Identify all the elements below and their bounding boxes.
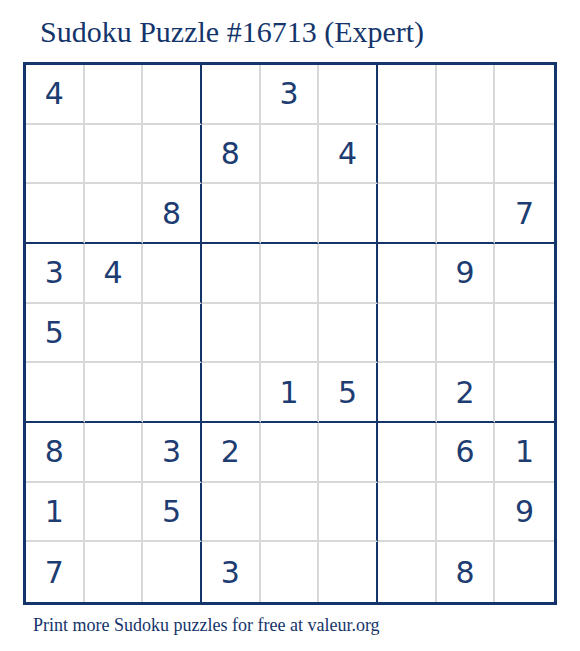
cell-r9c1: 7 (26, 542, 85, 602)
cell-r3c7 (378, 184, 437, 244)
cell-r3c4 (202, 184, 261, 244)
cell-r2c9 (495, 125, 554, 185)
cell-r2c3 (143, 125, 202, 185)
footer-note: Print more Sudoku puzzles for free at va… (33, 615, 380, 636)
cell-r2c5 (261, 125, 320, 185)
cell-r5c4 (202, 304, 261, 364)
cell-r9c7 (378, 542, 437, 602)
cell-r6c3 (143, 363, 202, 423)
cell-r1c9 (495, 65, 554, 125)
cell-r1c6 (319, 65, 378, 125)
cell-r8c7 (378, 483, 437, 543)
cell-r3c9: 7 (495, 184, 554, 244)
cell-r5c2 (85, 304, 144, 364)
cell-r2c1 (26, 125, 85, 185)
cell-r2c2 (85, 125, 144, 185)
cell-r4c1: 3 (26, 244, 85, 304)
cell-r3c8 (437, 184, 496, 244)
sudoku-board: 438487349515283261159738 (23, 62, 557, 605)
cell-r4c4 (202, 244, 261, 304)
cell-r7c7 (378, 423, 437, 483)
cell-r9c2 (85, 542, 144, 602)
cell-r6c9 (495, 363, 554, 423)
cell-r4c3 (143, 244, 202, 304)
cell-r3c6 (319, 184, 378, 244)
cell-r2c7 (378, 125, 437, 185)
cell-r3c1 (26, 184, 85, 244)
cell-r8c5 (261, 483, 320, 543)
cell-r4c8: 9 (437, 244, 496, 304)
cell-r7c6 (319, 423, 378, 483)
cell-r8c8 (437, 483, 496, 543)
cell-r9c5 (261, 542, 320, 602)
cell-r1c3 (143, 65, 202, 125)
cell-r6c7 (378, 363, 437, 423)
cell-r9c8: 8 (437, 542, 496, 602)
cell-r6c1 (26, 363, 85, 423)
cell-r6c5: 1 (261, 363, 320, 423)
cell-r1c2 (85, 65, 144, 125)
cell-r5c8 (437, 304, 496, 364)
cell-r7c4: 2 (202, 423, 261, 483)
cell-r7c1: 8 (26, 423, 85, 483)
cell-r8c1: 1 (26, 483, 85, 543)
cell-r6c2 (85, 363, 144, 423)
cell-r8c4 (202, 483, 261, 543)
cell-r7c3: 3 (143, 423, 202, 483)
cell-r4c2: 4 (85, 244, 144, 304)
cell-r7c8: 6 (437, 423, 496, 483)
cell-r5c6 (319, 304, 378, 364)
cell-r9c3 (143, 542, 202, 602)
cell-r8c2 (85, 483, 144, 543)
cell-r3c2 (85, 184, 144, 244)
cell-r5c3 (143, 304, 202, 364)
cell-r8c6 (319, 483, 378, 543)
cell-r3c3: 8 (143, 184, 202, 244)
cell-r6c4 (202, 363, 261, 423)
cell-r1c1: 4 (26, 65, 85, 125)
cell-r9c9 (495, 542, 554, 602)
puzzle-title: Sudoku Puzzle #16713 (Expert) (40, 15, 424, 49)
cell-r9c4: 3 (202, 542, 261, 602)
cell-r2c4: 8 (202, 125, 261, 185)
cell-r5c1: 5 (26, 304, 85, 364)
cell-r8c3: 5 (143, 483, 202, 543)
cell-r4c5 (261, 244, 320, 304)
cell-r7c9: 1 (495, 423, 554, 483)
cell-r4c6 (319, 244, 378, 304)
sudoku-page: Sudoku Puzzle #16713 (Expert) 4384873495… (0, 0, 580, 651)
cell-r5c7 (378, 304, 437, 364)
cell-r6c6: 5 (319, 363, 378, 423)
cell-r2c8 (437, 125, 496, 185)
cell-r1c8 (437, 65, 496, 125)
cell-r1c5: 3 (261, 65, 320, 125)
cell-r8c9: 9 (495, 483, 554, 543)
cell-r1c4 (202, 65, 261, 125)
cell-r5c9 (495, 304, 554, 364)
cell-r9c6 (319, 542, 378, 602)
cell-r2c6: 4 (319, 125, 378, 185)
cell-r4c7 (378, 244, 437, 304)
cell-r7c5 (261, 423, 320, 483)
cell-r4c9 (495, 244, 554, 304)
cell-r7c2 (85, 423, 144, 483)
cell-r1c7 (378, 65, 437, 125)
cell-r5c5 (261, 304, 320, 364)
cell-r6c8: 2 (437, 363, 496, 423)
cell-r3c5 (261, 184, 320, 244)
